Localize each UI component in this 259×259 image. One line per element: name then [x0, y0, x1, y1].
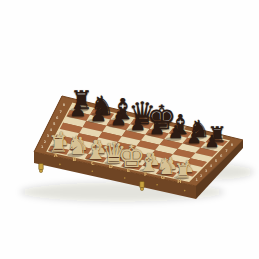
piece-shadow: [67, 153, 83, 157]
piece-shadow: [48, 149, 64, 153]
chess-set-photo: AABBCCDDEEFFGGHH1122334455667788 ♜♞♟♝♟♛♟…: [0, 0, 259, 259]
piece-shadow: [108, 156, 123, 160]
piece-shadow: [208, 140, 223, 144]
piece-shadow: [67, 114, 84, 119]
brass-clasp: [39, 164, 43, 171]
piece-shadow: [108, 123, 125, 127]
piece-shadow: [144, 164, 159, 168]
brass-clasp-ring: [39, 169, 42, 172]
piece-shadow: [71, 107, 89, 112]
file-label-far-g: G: [202, 131, 205, 135]
piece-shadow: [202, 146, 217, 150]
piece-shadow: [152, 127, 168, 131]
file-label-far-a: A: [83, 102, 86, 106]
piece-shadow: [161, 168, 175, 172]
file-label-far-d: D: [145, 117, 148, 121]
piece-shadow: [171, 131, 187, 135]
nail-dot: [124, 177, 126, 179]
piece-shadow: [189, 136, 204, 140]
piece-shadow: [184, 141, 199, 145]
piece-shadow: [104, 161, 119, 165]
piece-shadow: [88, 119, 105, 123]
piece-shadow: [122, 165, 137, 169]
piece-shadow: [92, 112, 109, 117]
piece-shadow: [174, 176, 188, 180]
piece-shadow: [147, 133, 163, 137]
piece-shadow: [89, 152, 105, 156]
nail-dot: [92, 170, 94, 172]
piece-shadow: [112, 117, 129, 121]
chess-board: AABBCCDDEEFFGGHH1122334455667788: [0, 0, 259, 259]
nail-dot: [184, 190, 186, 192]
nail-dot: [156, 184, 158, 186]
brass-clasp: [140, 182, 144, 189]
file-label-far-b: B: [104, 107, 107, 111]
brass-clasp-ring: [140, 187, 143, 190]
file-label-far-h: H: [220, 135, 223, 139]
piece-shadow: [51, 144, 67, 148]
piece-shadow: [70, 148, 86, 152]
piece-shadow: [166, 137, 182, 141]
piece-shadow: [86, 157, 101, 161]
piece-shadow: [157, 172, 171, 176]
piece-shadow: [126, 160, 141, 164]
piece-shadow: [132, 122, 148, 126]
piece-shadow: [128, 128, 144, 132]
piece-shadow: [140, 169, 155, 173]
nail-dot: [59, 164, 61, 166]
piece-shadow: [178, 171, 192, 175]
